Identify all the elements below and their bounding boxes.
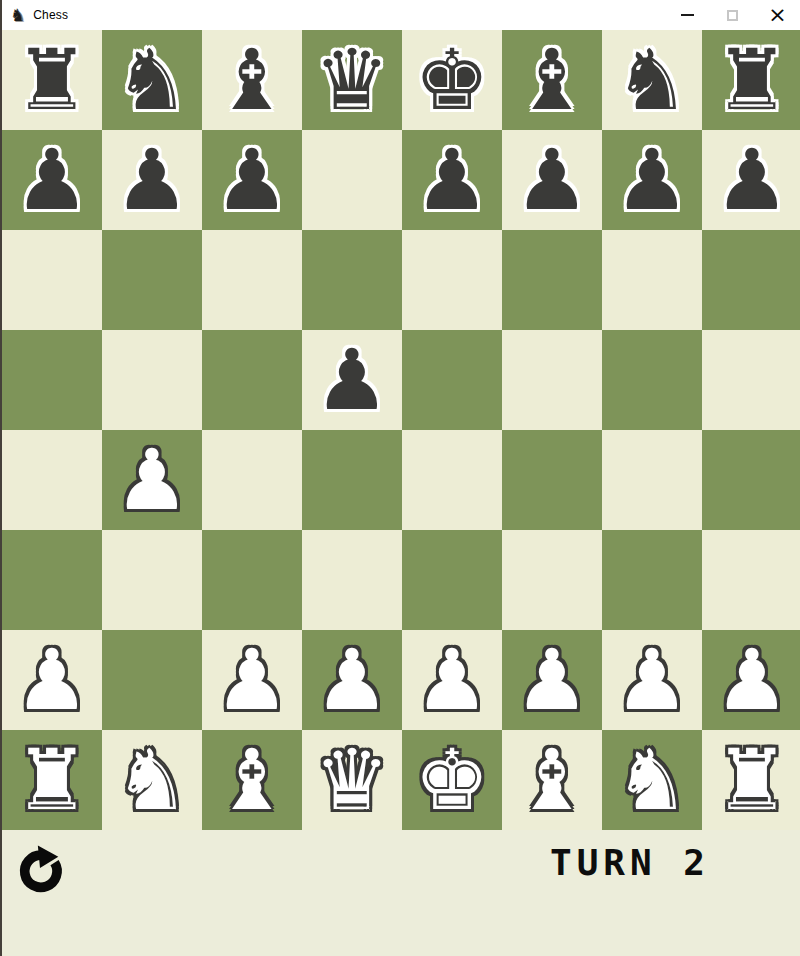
square-e1[interactable]: ♚ <box>402 730 502 830</box>
square-b2[interactable] <box>102 630 202 730</box>
square-h1[interactable]: ♜ <box>702 730 800 830</box>
chess-board: ♜♞♝♛♚♝♞♜♟♟♟♟♟♟♟♟♟♟♟♟♟♟♟♟♜♞♝♛♚♝♞♜ <box>2 30 800 830</box>
square-g8[interactable]: ♞ <box>602 30 702 130</box>
window-title: Chess <box>33 8 68 22</box>
square-d7[interactable] <box>302 130 402 230</box>
square-a7[interactable]: ♟ <box>2 130 102 230</box>
turn-indicator: TURN 2 <box>550 842 710 883</box>
square-a3[interactable] <box>2 530 102 630</box>
square-e7[interactable]: ♟ <box>402 130 502 230</box>
square-a2[interactable]: ♟ <box>2 630 102 730</box>
square-a6[interactable] <box>2 230 102 330</box>
white-rook-a1[interactable]: ♜ <box>14 730 89 830</box>
square-e3[interactable] <box>402 530 502 630</box>
white-knight-g1[interactable]: ♞ <box>614 730 689 830</box>
square-d4[interactable] <box>302 430 402 530</box>
square-c5[interactable] <box>202 330 302 430</box>
square-f8[interactable]: ♝ <box>502 30 602 130</box>
square-e2[interactable]: ♟ <box>402 630 502 730</box>
square-g1[interactable]: ♞ <box>602 730 702 830</box>
square-e5[interactable] <box>402 330 502 430</box>
white-king-e1[interactable]: ♚ <box>414 730 489 830</box>
square-f4[interactable] <box>502 430 602 530</box>
square-h7[interactable]: ♟ <box>702 130 800 230</box>
black-rook-a8[interactable]: ♜ <box>14 30 89 130</box>
square-d2[interactable]: ♟ <box>302 630 402 730</box>
square-b6[interactable] <box>102 230 202 330</box>
square-c8[interactable]: ♝ <box>202 30 302 130</box>
close-icon: × <box>768 4 786 26</box>
maximize-button[interactable] <box>710 0 755 30</box>
square-a1[interactable]: ♜ <box>2 730 102 830</box>
white-pawn-g2[interactable]: ♟ <box>614 630 689 730</box>
white-bishop-c1[interactable]: ♝ <box>214 730 289 830</box>
window-controls: × <box>665 0 800 30</box>
square-f7[interactable]: ♟ <box>502 130 602 230</box>
white-bishop-f1[interactable]: ♝ <box>514 730 589 830</box>
white-rook-h1[interactable]: ♜ <box>714 730 789 830</box>
square-b5[interactable] <box>102 330 202 430</box>
square-d5[interactable]: ♟ <box>302 330 402 430</box>
restart-icon <box>14 840 66 896</box>
square-g2[interactable]: ♟ <box>602 630 702 730</box>
square-h3[interactable] <box>702 530 800 630</box>
white-pawn-f2[interactable]: ♟ <box>514 630 589 730</box>
black-pawn-d5[interactable]: ♟ <box>314 330 389 430</box>
square-b4[interactable]: ♟ <box>102 430 202 530</box>
square-g7[interactable]: ♟ <box>602 130 702 230</box>
square-e6[interactable] <box>402 230 502 330</box>
square-b8[interactable]: ♞ <box>102 30 202 130</box>
square-a5[interactable] <box>2 330 102 430</box>
square-c2[interactable]: ♟ <box>202 630 302 730</box>
restart-button[interactable] <box>14 840 66 899</box>
square-f1[interactable]: ♝ <box>502 730 602 830</box>
square-b7[interactable]: ♟ <box>102 130 202 230</box>
close-button[interactable]: × <box>755 0 800 30</box>
black-pawn-c7[interactable]: ♟ <box>214 130 289 230</box>
square-e8[interactable]: ♚ <box>402 30 502 130</box>
titlebar: ♞ Chess × <box>2 0 800 30</box>
white-pawn-d2[interactable]: ♟ <box>314 630 389 730</box>
square-f3[interactable] <box>502 530 602 630</box>
square-g4[interactable] <box>602 430 702 530</box>
black-pawn-a7[interactable]: ♟ <box>14 130 89 230</box>
chess-app-window: ♞ Chess × ♜♞♝♛♚♝♞♜♟♟♟♟♟♟♟♟♟♟♟♟♟♟♟♟♜♞♝♛♚♝… <box>0 0 800 956</box>
square-h8[interactable]: ♜ <box>702 30 800 130</box>
knight-app-icon: ♞ <box>10 7 25 24</box>
black-bishop-f8[interactable]: ♝ <box>514 30 589 130</box>
square-g3[interactable] <box>602 530 702 630</box>
black-knight-b8[interactable]: ♞ <box>114 30 189 130</box>
square-d1[interactable]: ♛ <box>302 730 402 830</box>
square-h5[interactable] <box>702 330 800 430</box>
black-pawn-b7[interactable]: ♟ <box>114 130 189 230</box>
square-d8[interactable]: ♛ <box>302 30 402 130</box>
square-c6[interactable] <box>202 230 302 330</box>
square-c1[interactable]: ♝ <box>202 730 302 830</box>
minimize-button[interactable] <box>665 0 710 30</box>
white-pawn-a2[interactable]: ♟ <box>14 630 89 730</box>
square-b1[interactable]: ♞ <box>102 730 202 830</box>
white-pawn-e2[interactable]: ♟ <box>414 630 489 730</box>
white-pawn-h2[interactable]: ♟ <box>714 630 789 730</box>
square-f6[interactable] <box>502 230 602 330</box>
black-pawn-f7[interactable]: ♟ <box>514 130 589 230</box>
black-pawn-g7[interactable]: ♟ <box>614 130 689 230</box>
black-queen-d8[interactable]: ♛ <box>314 30 389 130</box>
minimize-icon <box>681 14 694 16</box>
white-pawn-b4[interactable]: ♟ <box>114 430 189 530</box>
square-a8[interactable]: ♜ <box>2 30 102 130</box>
square-d3[interactable] <box>302 530 402 630</box>
black-pawn-h7[interactable]: ♟ <box>714 130 789 230</box>
square-g5[interactable] <box>602 330 702 430</box>
black-rook-h8[interactable]: ♜ <box>714 30 789 130</box>
square-d6[interactable] <box>302 230 402 330</box>
square-b3[interactable] <box>102 530 202 630</box>
square-c7[interactable]: ♟ <box>202 130 302 230</box>
white-knight-b1[interactable]: ♞ <box>114 730 189 830</box>
square-f2[interactable]: ♟ <box>502 630 602 730</box>
white-pawn-c2[interactable]: ♟ <box>214 630 289 730</box>
square-h4[interactable] <box>702 430 800 530</box>
status-panel: TURN 2 <box>2 830 800 956</box>
square-c3[interactable] <box>202 530 302 630</box>
maximize-icon <box>727 10 738 21</box>
black-bishop-c8[interactable]: ♝ <box>214 30 289 130</box>
square-c4[interactable] <box>202 430 302 530</box>
square-f5[interactable] <box>502 330 602 430</box>
square-g6[interactable] <box>602 230 702 330</box>
black-knight-g8[interactable]: ♞ <box>614 30 689 130</box>
square-a4[interactable] <box>2 430 102 530</box>
white-queen-d1[interactable]: ♛ <box>314 730 389 830</box>
square-h2[interactable]: ♟ <box>702 630 800 730</box>
black-pawn-e7[interactable]: ♟ <box>414 130 489 230</box>
square-h6[interactable] <box>702 230 800 330</box>
black-king-e8[interactable]: ♚ <box>414 30 489 130</box>
square-e4[interactable] <box>402 430 502 530</box>
